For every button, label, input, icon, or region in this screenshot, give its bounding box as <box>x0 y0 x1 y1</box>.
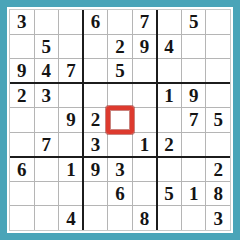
given-digit: 6 <box>115 184 125 203</box>
cell-r2c6[interactable]: 9 <box>133 35 157 59</box>
cell-r7c3[interactable]: 1 <box>59 157 83 181</box>
cell-r6c5[interactable] <box>108 133 132 157</box>
cell-r4c4[interactable] <box>84 84 108 108</box>
cell-r7c6[interactable] <box>133 157 157 181</box>
given-digit: 2 <box>91 110 101 129</box>
given-digit: 4 <box>66 209 76 228</box>
given-digit: 3 <box>115 160 125 179</box>
cell-r9c2[interactable] <box>35 206 59 230</box>
cell-r9c8[interactable] <box>182 206 206 230</box>
cell-r9c7[interactable] <box>157 206 181 230</box>
cell-r6c8[interactable] <box>182 133 206 157</box>
cell-r3c4[interactable] <box>84 59 108 83</box>
given-digit: 2 <box>17 86 27 105</box>
given-digit: 6 <box>17 160 27 179</box>
cell-r1c8[interactable]: 5 <box>182 10 206 34</box>
given-digit: 2 <box>213 160 223 179</box>
cell-r8c3[interactable] <box>59 182 83 206</box>
given-digit: 5 <box>189 12 199 31</box>
cell-r2c2[interactable]: 5 <box>35 35 59 59</box>
cell-r5c1[interactable] <box>10 108 34 132</box>
given-digit: 3 <box>213 209 223 228</box>
given-digit: 2 <box>164 135 174 154</box>
cell-r1c7[interactable] <box>157 10 181 34</box>
given-digit: 3 <box>42 86 52 105</box>
cell-r8c1[interactable] <box>10 182 34 206</box>
given-digit: 5 <box>115 61 125 80</box>
cell-r1c1[interactable]: 3 <box>10 10 34 34</box>
cell-r6c4[interactable]: 3 <box>84 133 108 157</box>
given-digit: 4 <box>164 37 174 56</box>
cell-r4c5[interactable] <box>108 84 132 108</box>
cell-r3c2[interactable]: 4 <box>35 59 59 83</box>
cell-r2c7[interactable]: 4 <box>157 35 181 59</box>
cell-r4c8[interactable]: 9 <box>182 84 206 108</box>
cell-r2c1[interactable] <box>10 35 34 59</box>
given-digit: 4 <box>42 61 52 80</box>
cell-r3c8[interactable] <box>182 59 206 83</box>
given-digit: 3 <box>91 135 101 154</box>
cell-r8c2[interactable] <box>35 182 59 206</box>
cell-r6c6[interactable]: 1 <box>133 133 157 157</box>
cell-r2c4[interactable] <box>84 35 108 59</box>
cell-r7c2[interactable] <box>35 157 59 181</box>
cell-r1c2[interactable] <box>35 10 59 34</box>
cell-r3c6[interactable] <box>133 59 157 83</box>
cell-r1c5[interactable] <box>108 10 132 34</box>
board-margin: 367552949475231992757312619326518483 <box>7 7 233 233</box>
sudoku-board: 367552949475231992757312619326518483 <box>9 9 231 231</box>
given-digit: 9 <box>189 86 199 105</box>
given-digit: 9 <box>66 110 76 129</box>
cell-r4c7[interactable]: 1 <box>157 84 181 108</box>
cell-r5c9[interactable]: 5 <box>206 108 230 132</box>
cell-r9c6[interactable]: 8 <box>133 206 157 230</box>
given-digit: 1 <box>66 160 76 179</box>
given-digit: 8 <box>213 184 223 203</box>
given-digit: 3 <box>17 12 27 31</box>
given-digit: 1 <box>140 135 150 154</box>
cell-r5c6[interactable] <box>133 108 157 132</box>
cell-r2c8[interactable] <box>182 35 206 59</box>
cell-r5c8[interactable]: 7 <box>182 108 206 132</box>
cell-r9c9[interactable]: 3 <box>206 206 230 230</box>
cell-r6c3[interactable] <box>59 133 83 157</box>
cell-r7c4[interactable]: 9 <box>84 157 108 181</box>
given-digit: 5 <box>42 37 52 56</box>
cell-r2c5[interactable]: 2 <box>108 35 132 59</box>
cell-r8c8[interactable]: 1 <box>182 182 206 206</box>
cell-r9c1[interactable] <box>10 206 34 230</box>
given-digit: 9 <box>140 37 150 56</box>
cell-r1c4[interactable]: 6 <box>84 10 108 34</box>
cell-r6c1[interactable] <box>10 133 34 157</box>
given-digit: 7 <box>42 135 52 154</box>
given-digit: 2 <box>115 37 125 56</box>
given-digit: 7 <box>66 61 76 80</box>
given-digit: 6 <box>91 12 101 31</box>
cell-r8c9[interactable]: 8 <box>206 182 230 206</box>
given-digit: 9 <box>17 61 27 80</box>
given-digit: 8 <box>140 209 150 228</box>
cell-r2c9[interactable] <box>206 35 230 59</box>
cell-r6c9[interactable] <box>206 133 230 157</box>
given-digit: 7 <box>189 110 199 129</box>
board-frame: 367552949475231992757312619326518483 <box>0 0 240 240</box>
cell-r7c1[interactable]: 6 <box>10 157 34 181</box>
cell-r2c3[interactable] <box>59 35 83 59</box>
cell-r7c9[interactable]: 2 <box>206 157 230 181</box>
cell-r5c5[interactable] <box>108 108 132 132</box>
given-digit: 5 <box>164 184 174 203</box>
cell-r3c3[interactable]: 7 <box>59 59 83 83</box>
cell-r8c4[interactable] <box>84 182 108 206</box>
cell-r5c3[interactable]: 9 <box>59 108 83 132</box>
given-digit: 9 <box>91 160 101 179</box>
cell-r3c5[interactable]: 5 <box>108 59 132 83</box>
cell-r4c6[interactable] <box>133 84 157 108</box>
cell-r1c9[interactable] <box>206 10 230 34</box>
cell-r4c1[interactable]: 2 <box>10 84 34 108</box>
cell-r3c7[interactable] <box>157 59 181 83</box>
cell-r9c4[interactable] <box>84 206 108 230</box>
cell-r5c2[interactable] <box>35 108 59 132</box>
cell-r1c6[interactable]: 7 <box>133 10 157 34</box>
cell-r8c7[interactable]: 5 <box>157 182 181 206</box>
cell-r4c2[interactable]: 3 <box>35 84 59 108</box>
cell-r3c9[interactable] <box>206 59 230 83</box>
cell-r3c1[interactable]: 9 <box>10 59 34 83</box>
cell-r7c8[interactable] <box>182 157 206 181</box>
cell-r7c7[interactable] <box>157 157 181 181</box>
cell-r8c5[interactable]: 6 <box>108 182 132 206</box>
given-digit: 5 <box>213 110 223 129</box>
selection-cursor <box>106 106 134 134</box>
cell-r1c3[interactable] <box>59 10 83 34</box>
cell-r4c3[interactable] <box>59 84 83 108</box>
given-digit: 7 <box>140 12 150 31</box>
cell-r5c7[interactable] <box>157 108 181 132</box>
cell-r6c2[interactable]: 7 <box>35 133 59 157</box>
given-digit: 1 <box>164 86 174 105</box>
cell-r7c5[interactable]: 3 <box>108 157 132 181</box>
cell-r8c6[interactable] <box>133 182 157 206</box>
cell-r6c7[interactable]: 2 <box>157 133 181 157</box>
cell-r5c4[interactable]: 2 <box>84 108 108 132</box>
given-digit: 1 <box>189 184 199 203</box>
cell-r4c9[interactable] <box>206 84 230 108</box>
cell-r9c5[interactable] <box>108 206 132 230</box>
cell-r9c3[interactable]: 4 <box>59 206 83 230</box>
